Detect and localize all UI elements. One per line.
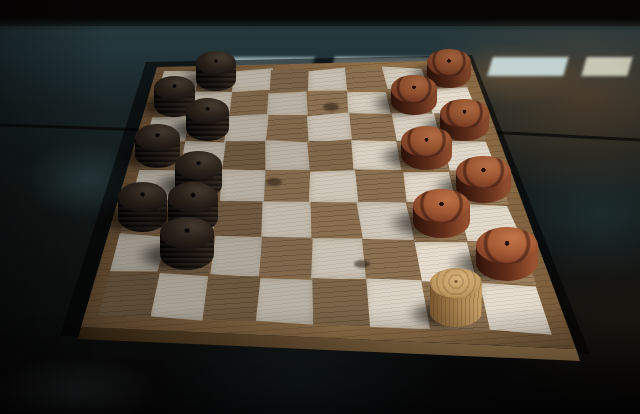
checker-piece-dark[interactable] — [135, 124, 180, 169]
piece-top — [401, 126, 452, 156]
checker-piece-dark[interactable] — [160, 217, 213, 270]
checker-piece-dark[interactable] — [196, 51, 236, 91]
checker-piece-dark[interactable] — [186, 98, 229, 141]
piece-top — [175, 151, 223, 180]
piece-top — [135, 124, 180, 151]
piece-top — [154, 76, 195, 100]
scene — [0, 0, 640, 414]
piece-top — [196, 51, 236, 75]
checker-piece-red[interactable] — [476, 227, 538, 281]
piece-top — [476, 227, 538, 264]
piece-top — [440, 99, 489, 128]
checker-piece-red[interactable] — [413, 189, 470, 238]
pieces-layer — [0, 0, 640, 414]
piece-top — [186, 98, 229, 124]
piece-top — [427, 49, 471, 76]
checker-piece-red[interactable] — [391, 75, 437, 115]
piece-top — [413, 189, 470, 223]
piece-top — [160, 217, 213, 249]
checker-piece-red[interactable] — [401, 126, 452, 170]
piece-top — [456, 156, 511, 189]
piece-top — [168, 182, 218, 212]
piece-top — [391, 75, 437, 102]
checker-piece-natural[interactable] — [430, 268, 482, 327]
